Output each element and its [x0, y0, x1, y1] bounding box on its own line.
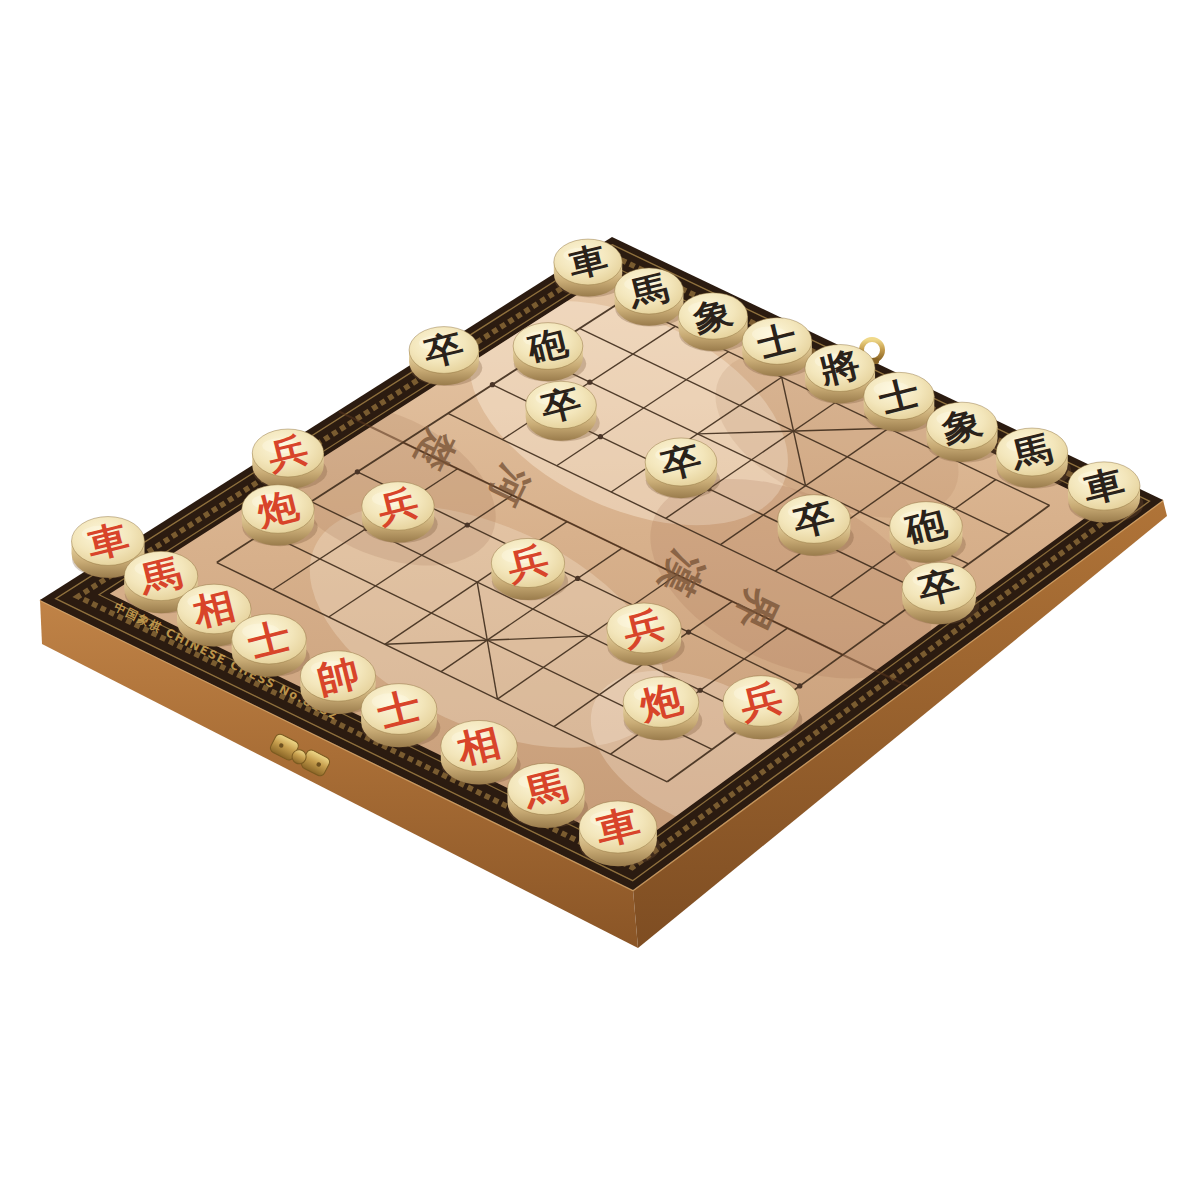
piece-red-soldier[interactable]: 兵 — [723, 675, 799, 739]
piece-red-chariot[interactable]: 車 — [579, 800, 657, 866]
piece-black-cannon[interactable]: 砲 — [890, 501, 963, 563]
piece-red-soldier[interactable]: 兵 — [252, 428, 324, 489]
piece-red-cannon[interactable]: 炮 — [242, 484, 314, 546]
piece-black-soldier[interactable]: 卒 — [902, 562, 976, 625]
piece-black-cannon[interactable]: 砲 — [513, 322, 583, 381]
piece-red-soldier[interactable]: 兵 — [491, 538, 564, 600]
piece-red-elephant[interactable]: 相 — [441, 720, 517, 785]
piece-black-soldier[interactable]: 卒 — [409, 326, 479, 385]
piece-black-elephant[interactable]: 象 — [678, 292, 747, 351]
piece-red-soldier[interactable]: 兵 — [362, 481, 434, 542]
piece-red-cannon[interactable]: 炮 — [623, 676, 699, 740]
piece-red-advisor[interactable]: 士 — [361, 683, 437, 747]
piece-red-horse[interactable]: 馬 — [507, 762, 584, 828]
piece-black-horse[interactable]: 馬 — [615, 267, 684, 326]
piece-red-advisor[interactable]: 士 — [232, 613, 307, 677]
piece-black-chariot[interactable]: 車 — [1068, 461, 1140, 522]
piece-black-soldier[interactable]: 卒 — [645, 437, 717, 498]
piece-red-soldier[interactable]: 兵 — [607, 603, 681, 666]
piece-black-chariot[interactable]: 車 — [554, 238, 622, 296]
piece-black-advisor[interactable]: 士 — [864, 371, 935, 431]
piece-black-soldier[interactable]: 卒 — [526, 380, 597, 440]
piece-black-horse[interactable]: 馬 — [996, 427, 1067, 488]
piece-black-elephant[interactable]: 象 — [926, 401, 997, 462]
piece-black-soldier[interactable]: 卒 — [778, 494, 851, 556]
board-scene: 中国象棋 CHINESE CHESS No.8132楚河漢界車馬象士砲卒將士卒象… — [0, 0, 1200, 1200]
piece-black-advisor[interactable]: 士 — [742, 317, 812, 376]
xiangqi-product-photo: 中国象棋 CHINESE CHESS No.8132楚河漢界車馬象士砲卒將士卒象… — [0, 0, 1200, 1200]
